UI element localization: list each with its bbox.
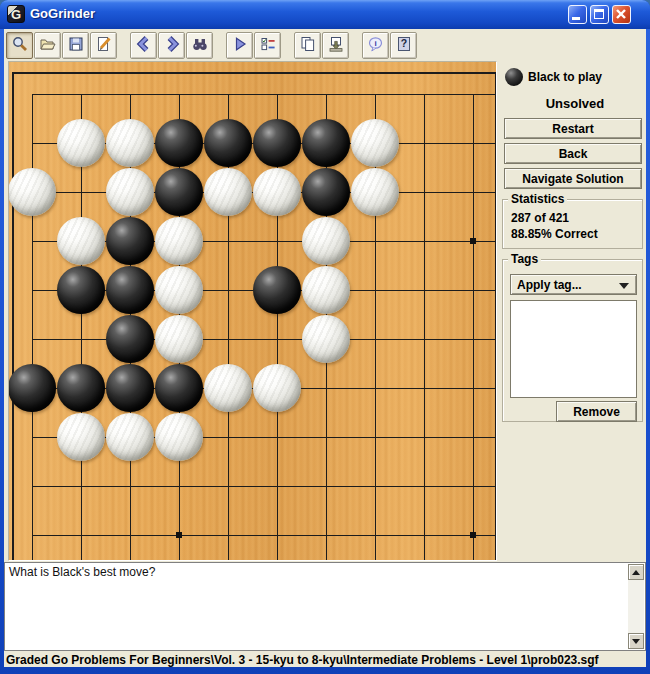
white-stone bbox=[302, 217, 350, 265]
find-button[interactable] bbox=[186, 32, 213, 59]
black-stone bbox=[57, 364, 105, 412]
board-point[interactable] bbox=[351, 119, 400, 168]
chevron-right-icon bbox=[163, 35, 181, 56]
board-point[interactable] bbox=[302, 70, 351, 119]
white-stone bbox=[351, 119, 399, 167]
tags-group-title: Tags bbox=[508, 252, 541, 266]
minimize-icon bbox=[572, 17, 580, 20]
play-button[interactable] bbox=[226, 32, 253, 59]
title-bar[interactable]: G GoGrinder bbox=[0, 0, 650, 29]
problem-text-area[interactable]: What is Black's best move? bbox=[4, 562, 646, 651]
board-point[interactable] bbox=[204, 364, 253, 413]
window-title: GoGrinder bbox=[30, 6, 95, 21]
white-stone bbox=[302, 266, 350, 314]
board-point[interactable] bbox=[302, 315, 351, 364]
board-point[interactable] bbox=[302, 266, 351, 315]
board-point[interactable] bbox=[253, 119, 302, 168]
board-point[interactable] bbox=[8, 168, 57, 217]
toolbar-separator bbox=[282, 45, 294, 46]
solved-status-label: Unsolved bbox=[504, 96, 646, 111]
scroll-up-button[interactable] bbox=[628, 564, 644, 580]
content-area: i? Black to play Unsolved Restart Back N… bbox=[4, 29, 646, 667]
copy-button[interactable] bbox=[294, 32, 321, 59]
black-stone bbox=[302, 168, 350, 216]
status-bar-path: Graded Go Problems For Beginners\Vol. 3 … bbox=[6, 653, 599, 667]
board-point[interactable] bbox=[400, 217, 449, 266]
board-point[interactable] bbox=[8, 413, 57, 462]
board-point[interactable] bbox=[449, 413, 498, 462]
board-point[interactable] bbox=[106, 511, 155, 560]
black-stone bbox=[8, 364, 56, 412]
board-point[interactable] bbox=[400, 413, 449, 462]
board-point[interactable] bbox=[449, 364, 498, 413]
statistics-percent: 88.85% Correct bbox=[503, 226, 642, 242]
board-point[interactable] bbox=[8, 266, 57, 315]
turn-indicator-label: Black to play bbox=[528, 70, 602, 84]
import-icon bbox=[327, 35, 345, 56]
board-point[interactable] bbox=[106, 70, 155, 119]
board-point[interactable] bbox=[400, 462, 449, 511]
close-icon bbox=[613, 6, 630, 23]
black-stone bbox=[204, 119, 252, 167]
board-point[interactable] bbox=[106, 119, 155, 168]
black-stone bbox=[302, 119, 350, 167]
edit-button[interactable] bbox=[90, 32, 117, 59]
board-point[interactable] bbox=[8, 315, 57, 364]
board-point[interactable] bbox=[204, 413, 253, 462]
board-point[interactable] bbox=[155, 462, 204, 511]
minimize-button[interactable] bbox=[568, 5, 587, 24]
board-point[interactable] bbox=[106, 413, 155, 462]
chevron-left-icon bbox=[135, 35, 153, 56]
board-point[interactable] bbox=[155, 119, 204, 168]
board-point[interactable] bbox=[302, 413, 351, 462]
magnifier-icon bbox=[11, 35, 29, 56]
black-stone bbox=[57, 266, 105, 314]
maximize-icon bbox=[594, 9, 604, 19]
white-stone bbox=[8, 168, 56, 216]
info-balloon-icon: i bbox=[367, 35, 385, 56]
board-point[interactable] bbox=[302, 217, 351, 266]
white-stone bbox=[351, 168, 399, 216]
board-point[interactable] bbox=[351, 266, 400, 315]
help-button[interactable]: ? bbox=[390, 32, 417, 59]
board-point[interactable] bbox=[302, 364, 351, 413]
board-point[interactable] bbox=[400, 315, 449, 364]
black-stone bbox=[106, 266, 154, 314]
board-point[interactable] bbox=[155, 168, 204, 217]
board-point[interactable] bbox=[449, 168, 498, 217]
scroll-down-button[interactable] bbox=[628, 633, 644, 649]
board-point[interactable] bbox=[351, 413, 400, 462]
save-button[interactable] bbox=[62, 32, 89, 59]
board-point[interactable] bbox=[106, 168, 155, 217]
board-point[interactable] bbox=[253, 315, 302, 364]
board-point[interactable] bbox=[204, 315, 253, 364]
zoom-button[interactable] bbox=[6, 32, 33, 59]
play-icon bbox=[231, 35, 249, 56]
restart-button[interactable]: Restart bbox=[504, 118, 642, 139]
board-point[interactable] bbox=[253, 462, 302, 511]
arrow-down-icon bbox=[632, 639, 640, 644]
toolbar-separator bbox=[350, 45, 362, 46]
help-icon: ? bbox=[395, 35, 413, 56]
edit-icon bbox=[95, 35, 113, 56]
apply-tag-dropdown[interactable]: Apply tag... bbox=[510, 274, 637, 295]
status-bar: Graded Go Problems For Beginners\Vol. 3 … bbox=[4, 652, 646, 667]
board-point[interactable] bbox=[155, 413, 204, 462]
black-stone bbox=[253, 266, 301, 314]
white-stone bbox=[57, 217, 105, 265]
board-point[interactable] bbox=[400, 168, 449, 217]
board-point[interactable] bbox=[253, 70, 302, 119]
white-stone bbox=[204, 364, 252, 412]
board-point[interactable] bbox=[155, 266, 204, 315]
toolbar-separator bbox=[118, 45, 130, 46]
board-point[interactable] bbox=[106, 364, 155, 413]
apply-tag-value: Apply tag... bbox=[517, 278, 582, 292]
board-point[interactable] bbox=[253, 364, 302, 413]
board-point[interactable] bbox=[253, 511, 302, 560]
board-point[interactable] bbox=[57, 70, 106, 119]
board-point[interactable] bbox=[253, 413, 302, 462]
gogrinder-window: G GoGrinder i? Black to play Unso bbox=[0, 0, 650, 674]
next-button[interactable] bbox=[158, 32, 185, 59]
board-point[interactable] bbox=[449, 70, 498, 119]
options-button[interactable] bbox=[254, 32, 281, 59]
board-point[interactable] bbox=[8, 70, 57, 119]
white-stone bbox=[204, 168, 252, 216]
board-point[interactable] bbox=[57, 413, 106, 462]
board-point[interactable] bbox=[400, 266, 449, 315]
board-point[interactable] bbox=[106, 462, 155, 511]
open-folder-icon bbox=[39, 35, 57, 56]
board-point[interactable] bbox=[449, 511, 498, 560]
remove-tag-button[interactable]: Remove bbox=[556, 401, 637, 422]
svg-text:i: i bbox=[374, 39, 376, 48]
board-point[interactable] bbox=[351, 364, 400, 413]
board-point[interactable] bbox=[204, 266, 253, 315]
board-point[interactable] bbox=[155, 217, 204, 266]
board-point[interactable] bbox=[57, 315, 106, 364]
board-point[interactable] bbox=[8, 462, 57, 511]
board-point[interactable] bbox=[8, 364, 57, 413]
board-point[interactable] bbox=[302, 119, 351, 168]
board-point[interactable] bbox=[57, 266, 106, 315]
white-stone bbox=[106, 168, 154, 216]
close-button[interactable] bbox=[612, 5, 631, 24]
board-point[interactable] bbox=[351, 168, 400, 217]
board-grid bbox=[8, 70, 497, 560]
board-point[interactable] bbox=[351, 462, 400, 511]
white-stone bbox=[302, 315, 350, 363]
statistics-group-title: Statistics bbox=[508, 192, 567, 206]
black-stone bbox=[155, 119, 203, 167]
board-point[interactable] bbox=[57, 364, 106, 413]
board-point[interactable] bbox=[302, 462, 351, 511]
board-point[interactable] bbox=[400, 70, 449, 119]
toolbar: i? bbox=[6, 31, 418, 60]
maximize-button[interactable] bbox=[590, 5, 609, 24]
black-stone bbox=[106, 217, 154, 265]
board-point[interactable] bbox=[302, 168, 351, 217]
chevron-down-icon bbox=[619, 283, 629, 289]
back-button[interactable]: Back bbox=[504, 143, 642, 164]
tags-group: Tags Apply tag... bbox=[502, 259, 643, 422]
board-point[interactable] bbox=[449, 119, 498, 168]
board-point[interactable] bbox=[351, 511, 400, 560]
board-point[interactable] bbox=[449, 217, 498, 266]
board-point[interactable] bbox=[204, 462, 253, 511]
checklist-icon bbox=[259, 35, 277, 56]
board-point[interactable] bbox=[253, 168, 302, 217]
info-button[interactable]: i bbox=[362, 32, 389, 59]
import-button[interactable] bbox=[322, 32, 349, 59]
save-icon bbox=[67, 35, 85, 56]
svg-text:?: ? bbox=[400, 37, 406, 49]
previous-button[interactable] bbox=[130, 32, 157, 59]
app-logo-icon: G bbox=[7, 5, 25, 23]
black-stone bbox=[253, 119, 301, 167]
board-point[interactable] bbox=[204, 119, 253, 168]
black-stone bbox=[106, 315, 154, 363]
white-stone bbox=[106, 413, 154, 461]
board-point[interactable] bbox=[449, 315, 498, 364]
white-stone bbox=[253, 364, 301, 412]
black-stone bbox=[155, 364, 203, 412]
board-point[interactable] bbox=[155, 315, 204, 364]
statistics-group: Statistics 287 of 421 88.85% Correct bbox=[502, 199, 643, 249]
board-point[interactable] bbox=[57, 119, 106, 168]
white-stone bbox=[155, 266, 203, 314]
board-point[interactable] bbox=[204, 217, 253, 266]
board-point[interactable] bbox=[8, 511, 57, 560]
board-point[interactable] bbox=[204, 70, 253, 119]
white-stone bbox=[57, 119, 105, 167]
statistics-progress: 287 of 421 bbox=[503, 210, 642, 226]
board-point[interactable] bbox=[400, 119, 449, 168]
board-point[interactable] bbox=[351, 217, 400, 266]
board-point[interactable] bbox=[400, 364, 449, 413]
board-point[interactable] bbox=[8, 119, 57, 168]
white-stone bbox=[106, 119, 154, 167]
binoculars-icon bbox=[191, 35, 209, 56]
tag-list[interactable] bbox=[510, 300, 637, 398]
board-point[interactable] bbox=[449, 266, 498, 315]
navigate-solution-button[interactable]: Navigate Solution bbox=[504, 168, 642, 189]
board-point[interactable] bbox=[253, 217, 302, 266]
board-point[interactable] bbox=[204, 511, 253, 560]
board-point[interactable] bbox=[106, 217, 155, 266]
board-point[interactable] bbox=[57, 511, 106, 560]
board-point[interactable] bbox=[106, 315, 155, 364]
problem-question: What is Black's best move? bbox=[9, 565, 623, 580]
board-point[interactable] bbox=[253, 266, 302, 315]
board-point[interactable] bbox=[57, 217, 106, 266]
board-point[interactable] bbox=[155, 70, 204, 119]
board-point[interactable] bbox=[8, 217, 57, 266]
board-point[interactable] bbox=[155, 364, 204, 413]
board-point[interactable] bbox=[351, 315, 400, 364]
board-point[interactable] bbox=[155, 511, 204, 560]
scrollbar[interactable] bbox=[628, 564, 644, 649]
board-point[interactable] bbox=[302, 511, 351, 560]
board-point[interactable] bbox=[400, 511, 449, 560]
board-point[interactable] bbox=[57, 462, 106, 511]
board-point[interactable] bbox=[106, 266, 155, 315]
open-button[interactable] bbox=[34, 32, 61, 59]
white-stone bbox=[253, 168, 301, 216]
go-board[interactable] bbox=[8, 61, 497, 561]
white-stone bbox=[155, 413, 203, 461]
board-point[interactable] bbox=[204, 168, 253, 217]
turn-indicator-stone-icon bbox=[505, 68, 523, 86]
copy-icon bbox=[299, 35, 317, 56]
board-point[interactable] bbox=[351, 70, 400, 119]
black-stone bbox=[155, 168, 203, 216]
toolbar-separator bbox=[214, 45, 226, 46]
white-stone bbox=[57, 413, 105, 461]
arrow-up-icon bbox=[632, 570, 640, 575]
white-stone bbox=[155, 217, 203, 265]
board-point[interactable] bbox=[57, 168, 106, 217]
black-stone bbox=[106, 364, 154, 412]
board-point[interactable] bbox=[449, 462, 498, 511]
white-stone bbox=[155, 315, 203, 363]
